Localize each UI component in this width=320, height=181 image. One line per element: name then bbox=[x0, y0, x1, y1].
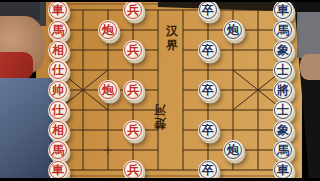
piece-black-卒-i7[interactable]: 卒 bbox=[198, 160, 219, 181]
piece-black-車-i10[interactable]: 車 bbox=[273, 160, 294, 181]
piece-glyph: 車 bbox=[277, 4, 289, 16]
red-pouch bbox=[0, 52, 33, 81]
piece-glyph: 馬 bbox=[52, 24, 64, 36]
piece-glyph: 士 bbox=[277, 64, 289, 76]
piece-black-卒-a7[interactable]: 卒 bbox=[198, 0, 219, 21]
letterbox-top bbox=[0, 0, 320, 2]
opponent-arm bbox=[297, 12, 320, 58]
piece-black-卒-c7[interactable]: 卒 bbox=[198, 40, 219, 61]
piece-red-仕-f1[interactable]: 仕 bbox=[48, 100, 69, 121]
piece-glyph: 兵 bbox=[127, 4, 139, 16]
piece-glyph: 兵 bbox=[127, 164, 139, 176]
video-frame: 汉界 楚河 車馬相仕帅仕相馬車炮炮兵兵兵兵兵卒卒卒卒卒炮炮車馬象士將士象馬車 bbox=[0, 0, 320, 180]
piece-glyph: 卒 bbox=[202, 44, 214, 56]
piece-glyph: 士 bbox=[277, 104, 289, 116]
piece-black-士-d10[interactable]: 士 bbox=[273, 60, 294, 81]
piece-black-卒-g7[interactable]: 卒 bbox=[198, 120, 219, 141]
piece-glyph: 卒 bbox=[202, 4, 214, 16]
piece-glyph: 馬 bbox=[52, 144, 64, 156]
piece-glyph: 象 bbox=[277, 44, 289, 56]
piece-glyph: 兵 bbox=[127, 124, 139, 136]
piece-glyph: 兵 bbox=[127, 44, 139, 56]
piece-glyph: 馬 bbox=[277, 24, 289, 36]
pieces-layer: 車馬相仕帅仕相馬車炮炮兵兵兵兵兵卒卒卒卒卒炮炮車馬象士將士象馬車 bbox=[46, 0, 296, 180]
piece-glyph: 炮 bbox=[102, 24, 114, 36]
piece-glyph: 炮 bbox=[102, 84, 114, 96]
piece-glyph: 炮 bbox=[227, 24, 239, 36]
piece-glyph: 仕 bbox=[52, 64, 64, 76]
piece-red-兵-g4[interactable]: 兵 bbox=[123, 120, 144, 141]
opponent-hand bbox=[300, 54, 320, 80]
piece-glyph: 馬 bbox=[277, 144, 289, 156]
piece-glyph: 象 bbox=[277, 124, 289, 136]
piece-black-象-g10[interactable]: 象 bbox=[273, 120, 294, 141]
piece-red-相-c1[interactable]: 相 bbox=[48, 40, 69, 61]
piece-glyph: 兵 bbox=[127, 84, 139, 96]
piece-red-馬-h1[interactable]: 馬 bbox=[48, 140, 69, 161]
piece-red-仕-d1[interactable]: 仕 bbox=[48, 60, 69, 81]
piece-glyph: 卒 bbox=[202, 84, 214, 96]
piece-glyph: 仕 bbox=[52, 104, 64, 116]
piece-black-卒-e7[interactable]: 卒 bbox=[198, 80, 219, 101]
piece-glyph: 炮 bbox=[227, 144, 239, 156]
piece-black-馬-h10[interactable]: 馬 bbox=[273, 140, 294, 161]
piece-black-士-f10[interactable]: 士 bbox=[273, 100, 294, 121]
piece-glyph: 卒 bbox=[202, 124, 214, 136]
piece-red-炮-e3[interactable]: 炮 bbox=[98, 80, 119, 101]
piece-black-炮-h8[interactable]: 炮 bbox=[223, 140, 244, 161]
piece-black-炮-b8[interactable]: 炮 bbox=[223, 20, 244, 41]
piece-glyph: 車 bbox=[52, 164, 64, 176]
piece-red-兵-e4[interactable]: 兵 bbox=[123, 80, 144, 101]
piece-glyph: 卒 bbox=[202, 164, 214, 176]
piece-red-兵-i4[interactable]: 兵 bbox=[123, 160, 144, 181]
letterbox-bottom bbox=[0, 178, 320, 180]
piece-black-將-e10[interactable]: 將 bbox=[273, 80, 294, 101]
piece-glyph: 將 bbox=[277, 84, 289, 96]
piece-glyph: 車 bbox=[277, 164, 289, 176]
piece-glyph: 帅 bbox=[52, 84, 64, 96]
piece-glyph: 相 bbox=[52, 44, 64, 56]
piece-red-帅-e1[interactable]: 帅 bbox=[48, 80, 69, 101]
piece-red-馬-b1[interactable]: 馬 bbox=[48, 20, 69, 41]
piece-red-車-i1[interactable]: 車 bbox=[48, 160, 69, 181]
piece-glyph: 相 bbox=[52, 124, 64, 136]
piece-red-炮-b3[interactable]: 炮 bbox=[98, 20, 119, 41]
piece-black-馬-b10[interactable]: 馬 bbox=[273, 20, 294, 41]
piece-red-兵-c4[interactable]: 兵 bbox=[123, 40, 144, 61]
piece-red-車-a1[interactable]: 車 bbox=[48, 0, 69, 21]
piece-red-兵-a4[interactable]: 兵 bbox=[123, 0, 144, 21]
piece-black-車-a10[interactable]: 車 bbox=[273, 0, 294, 21]
piece-black-象-c10[interactable]: 象 bbox=[273, 40, 294, 61]
piece-glyph: 車 bbox=[52, 4, 64, 16]
piece-red-相-g1[interactable]: 相 bbox=[48, 120, 69, 141]
